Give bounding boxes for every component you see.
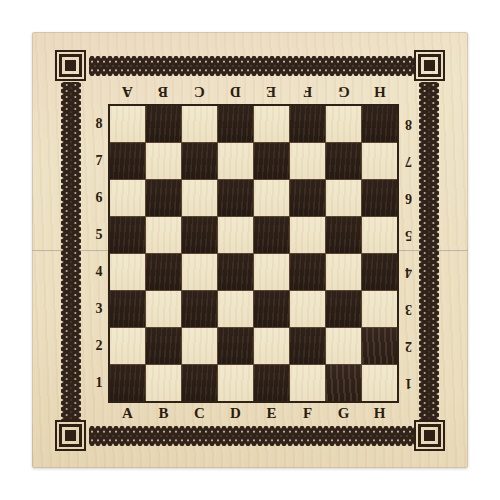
square-c3[interactable] — [182, 291, 217, 327]
square-f8[interactable] — [290, 106, 325, 142]
square-a7[interactable] — [110, 143, 145, 179]
chess-grid — [108, 104, 399, 403]
file-label: G — [338, 83, 350, 100]
rank-label: 6 — [405, 190, 412, 206]
square-e1[interactable] — [254, 365, 289, 401]
file-labels-bottom: ABCDEFGH — [110, 404, 397, 422]
square-d7[interactable] — [218, 143, 253, 179]
rank-label: 8 — [405, 116, 412, 132]
square-c2[interactable] — [182, 328, 217, 364]
square-c6[interactable] — [182, 180, 217, 216]
square-h1[interactable] — [362, 365, 397, 401]
rank-label: 3 — [96, 301, 103, 317]
rank-labels-left: 87654321 — [91, 106, 107, 401]
square-f1[interactable] — [290, 365, 325, 401]
file-labels-top: ABCDEFGH — [110, 82, 397, 100]
square-g4[interactable] — [326, 254, 361, 290]
braid-border-bottom — [89, 426, 414, 446]
square-e2[interactable] — [254, 328, 289, 364]
rank-label: 5 — [405, 227, 412, 243]
square-h4[interactable] — [362, 254, 397, 290]
file-label: F — [303, 405, 312, 422]
rank-label: 7 — [405, 153, 412, 169]
file-label: A — [122, 83, 133, 100]
square-h5[interactable] — [362, 217, 397, 253]
rank-label: 4 — [96, 264, 103, 280]
square-a6[interactable] — [110, 180, 145, 216]
square-a3[interactable] — [110, 291, 145, 327]
square-h8[interactable] — [362, 106, 397, 142]
file-label: F — [303, 83, 312, 100]
square-a1[interactable] — [110, 365, 145, 401]
rank-labels-right: 87654321 — [400, 106, 416, 401]
square-a2[interactable] — [110, 328, 145, 364]
square-f5[interactable] — [290, 217, 325, 253]
square-e3[interactable] — [254, 291, 289, 327]
file-label: A — [122, 405, 133, 422]
square-h7[interactable] — [362, 143, 397, 179]
square-e7[interactable] — [254, 143, 289, 179]
corner-ornament-bottom-right — [414, 420, 445, 451]
square-d4[interactable] — [218, 254, 253, 290]
square-g2[interactable] — [326, 328, 361, 364]
square-f3[interactable] — [290, 291, 325, 327]
corner-ornament-bottom-left — [55, 420, 86, 451]
square-g1[interactable] — [326, 365, 361, 401]
file-label: H — [374, 405, 386, 422]
rank-label: 7 — [96, 153, 103, 169]
file-label: C — [194, 405, 205, 422]
square-d5[interactable] — [218, 217, 253, 253]
file-label: E — [266, 83, 276, 100]
rank-label: 8 — [96, 116, 103, 132]
square-g7[interactable] — [326, 143, 361, 179]
file-label: H — [374, 83, 386, 100]
rank-label: 2 — [96, 338, 103, 354]
square-c7[interactable] — [182, 143, 217, 179]
square-a4[interactable] — [110, 254, 145, 290]
square-f6[interactable] — [290, 180, 325, 216]
square-c5[interactable] — [182, 217, 217, 253]
square-g3[interactable] — [326, 291, 361, 327]
file-label: D — [230, 405, 241, 422]
rank-label: 2 — [405, 338, 412, 354]
rank-label: 1 — [405, 375, 412, 391]
square-e8[interactable] — [254, 106, 289, 142]
square-d2[interactable] — [218, 328, 253, 364]
square-a8[interactable] — [110, 106, 145, 142]
square-h6[interactable] — [362, 180, 397, 216]
square-a5[interactable] — [110, 217, 145, 253]
square-b5[interactable] — [146, 217, 181, 253]
rank-label: 6 — [96, 190, 103, 206]
square-b3[interactable] — [146, 291, 181, 327]
square-e4[interactable] — [254, 254, 289, 290]
square-d1[interactable] — [218, 365, 253, 401]
braid-border-right — [419, 82, 439, 420]
corner-ornament-top-right — [414, 50, 445, 81]
square-f7[interactable] — [290, 143, 325, 179]
square-e5[interactable] — [254, 217, 289, 253]
file-label: B — [158, 405, 168, 422]
photo-background: ABCDEFGH ABCDEFGH 87654321 87654321 — [0, 0, 500, 500]
rank-label: 5 — [96, 227, 103, 243]
file-label: G — [338, 405, 350, 422]
rank-label: 4 — [405, 264, 412, 280]
square-b1[interactable] — [146, 365, 181, 401]
square-e6[interactable] — [254, 180, 289, 216]
square-h3[interactable] — [362, 291, 397, 327]
square-c4[interactable] — [182, 254, 217, 290]
braid-border-left — [61, 82, 81, 420]
square-b2[interactable] — [146, 328, 181, 364]
square-g6[interactable] — [326, 180, 361, 216]
square-h2[interactable] — [362, 328, 397, 364]
square-f4[interactable] — [290, 254, 325, 290]
square-g8[interactable] — [326, 106, 361, 142]
square-b4[interactable] — [146, 254, 181, 290]
square-d8[interactable] — [218, 106, 253, 142]
square-c1[interactable] — [182, 365, 217, 401]
rank-label: 3 — [405, 301, 412, 317]
file-label: C — [194, 83, 205, 100]
rank-label: 1 — [96, 375, 103, 391]
square-f2[interactable] — [290, 328, 325, 364]
file-label: E — [266, 405, 276, 422]
square-g5[interactable] — [326, 217, 361, 253]
braid-border-top — [89, 56, 414, 76]
chessboard-panel: ABCDEFGH ABCDEFGH 87654321 87654321 — [32, 32, 468, 468]
square-b7[interactable] — [146, 143, 181, 179]
corner-ornament-top-left — [55, 50, 86, 81]
square-d3[interactable] — [218, 291, 253, 327]
square-d6[interactable] — [218, 180, 253, 216]
file-label: D — [230, 83, 241, 100]
file-label: B — [158, 83, 168, 100]
square-c8[interactable] — [182, 106, 217, 142]
square-b8[interactable] — [146, 106, 181, 142]
square-b6[interactable] — [146, 180, 181, 216]
